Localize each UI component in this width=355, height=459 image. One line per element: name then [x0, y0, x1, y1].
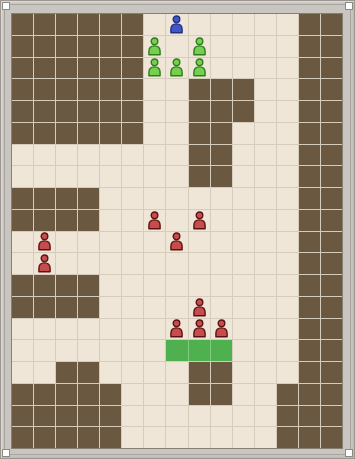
wall-cell: [122, 36, 143, 57]
floor-cell[interactable]: [56, 319, 77, 340]
floor-cell[interactable]: [189, 58, 210, 79]
floor-cell[interactable]: [166, 145, 187, 166]
floor-cell[interactable]: [255, 406, 276, 427]
wall-cell: [12, 210, 33, 231]
floor-cell[interactable]: [34, 253, 55, 274]
wall-cell: [299, 79, 320, 100]
floor-cell[interactable]: [122, 384, 143, 405]
floor-cell[interactable]: [34, 362, 55, 383]
floor-cell[interactable]: [211, 253, 232, 274]
game-board: [12, 14, 342, 448]
person-icon: [168, 15, 185, 34]
floor-cell[interactable]: [12, 340, 33, 361]
floor-cell[interactable]: [277, 253, 298, 274]
floor-cell[interactable]: [255, 319, 276, 340]
floor-cell[interactable]: [211, 14, 232, 35]
floor-cell[interactable]: [277, 166, 298, 187]
floor-cell[interactable]: [255, 188, 276, 209]
floor-cell[interactable]: [277, 14, 298, 35]
floor-cell[interactable]: [78, 166, 99, 187]
floor-cell[interactable]: [233, 253, 254, 274]
wall-cell: [78, 188, 99, 209]
red-enemy-piece[interactable]: [189, 319, 210, 340]
wall-cell: [12, 36, 33, 57]
floor-cell[interactable]: [211, 188, 232, 209]
floor-cell[interactable]: [189, 297, 210, 318]
wall-cell: [56, 14, 77, 35]
floor-cell[interactable]: [277, 145, 298, 166]
floor-cell[interactable]: [233, 166, 254, 187]
wall-cell: [299, 58, 320, 79]
wall-cell: [189, 123, 210, 144]
floor-cell[interactable]: [100, 319, 121, 340]
wall-cell: [78, 36, 99, 57]
floor-cell[interactable]: [211, 232, 232, 253]
wall-cell: [321, 14, 342, 35]
wall-cell: [100, 101, 121, 122]
wall-cell: [78, 297, 99, 318]
wall-cell: [233, 101, 254, 122]
floor-cell[interactable]: [233, 406, 254, 427]
floor-cell[interactable]: [189, 210, 210, 231]
floor-cell[interactable]: [100, 253, 121, 274]
floor-cell[interactable]: [100, 297, 121, 318]
floor-cell[interactable]: [166, 253, 187, 274]
wall-cell: [321, 123, 342, 144]
floor-cell[interactable]: [211, 36, 232, 57]
wall-cell: [211, 101, 232, 122]
wall-cell: [78, 101, 99, 122]
floor-cell[interactable]: [144, 79, 165, 100]
floor-cell[interactable]: [233, 340, 254, 361]
floor-cell[interactable]: [166, 362, 187, 383]
wall-cell: [299, 210, 320, 231]
floor-cell[interactable]: [144, 427, 165, 448]
person-icon: [36, 254, 53, 273]
floor-cell[interactable]: [12, 253, 33, 274]
red-enemy-piece[interactable]: [34, 253, 55, 274]
floor-cell[interactable]: [166, 123, 187, 144]
wall-cell: [34, 101, 55, 122]
wall-cell: [277, 406, 298, 427]
floor-cell[interactable]: [233, 123, 254, 144]
wall-cell: [299, 297, 320, 318]
floor-cell[interactable]: [122, 253, 143, 274]
wall-cell: [321, 362, 342, 383]
floor-cell[interactable]: [189, 253, 210, 274]
floor-cell[interactable]: [144, 406, 165, 427]
wall-cell: [299, 188, 320, 209]
floor-cell[interactable]: [255, 384, 276, 405]
wall-cell: [299, 232, 320, 253]
floor-cell[interactable]: [144, 14, 165, 35]
floor-cell[interactable]: [100, 362, 121, 383]
floor-cell[interactable]: [277, 58, 298, 79]
green-ally-piece[interactable]: [189, 36, 210, 57]
floor-cell[interactable]: [122, 275, 143, 296]
floor-cell[interactable]: [255, 427, 276, 448]
wall-cell: [78, 79, 99, 100]
floor-cell[interactable]: [189, 427, 210, 448]
wall-cell: [122, 58, 143, 79]
floor-cell[interactable]: [277, 101, 298, 122]
floor-cell[interactable]: [255, 275, 276, 296]
person-icon: [146, 58, 163, 77]
floor-cell[interactable]: [34, 340, 55, 361]
goal-tile-cell[interactable]: [211, 340, 232, 361]
floor-cell[interactable]: [122, 166, 143, 187]
floor-cell[interactable]: [211, 58, 232, 79]
goal-tile-cell[interactable]: [166, 340, 187, 361]
floor-cell[interactable]: [233, 362, 254, 383]
floor-cell[interactable]: [12, 232, 33, 253]
floor-cell[interactable]: [122, 427, 143, 448]
floor-cell[interactable]: [144, 58, 165, 79]
floor-cell[interactable]: [277, 275, 298, 296]
wall-cell: [189, 166, 210, 187]
wall-cell: [299, 319, 320, 340]
wall-cell: [321, 166, 342, 187]
game-window: [0, 0, 355, 459]
red-enemy-piece[interactable]: [144, 210, 165, 231]
wall-cell: [100, 427, 121, 448]
wall-cell: [56, 79, 77, 100]
wall-cell: [122, 123, 143, 144]
floor-cell[interactable]: [255, 101, 276, 122]
floor-cell[interactable]: [12, 319, 33, 340]
green-ally-piece[interactable]: [189, 58, 210, 79]
floor-cell[interactable]: [166, 297, 187, 318]
wall-cell: [189, 362, 210, 383]
floor-cell[interactable]: [144, 123, 165, 144]
floor-cell[interactable]: [189, 406, 210, 427]
resize-handle-top-left[interactable]: [2, 2, 10, 10]
floor-cell[interactable]: [277, 79, 298, 100]
floor-cell[interactable]: [100, 188, 121, 209]
wall-cell: [100, 123, 121, 144]
floor-cell[interactable]: [122, 340, 143, 361]
floor-cell[interactable]: [277, 123, 298, 144]
floor-cell[interactable]: [166, 275, 187, 296]
floor-cell[interactable]: [211, 297, 232, 318]
wall-cell: [321, 427, 342, 448]
wall-cell: [100, 36, 121, 57]
floor-cell[interactable]: [255, 166, 276, 187]
floor-cell[interactable]: [166, 319, 187, 340]
floor-cell[interactable]: [255, 210, 276, 231]
floor-cell[interactable]: [255, 297, 276, 318]
floor-cell[interactable]: [100, 145, 121, 166]
floor-cell[interactable]: [122, 406, 143, 427]
floor-cell[interactable]: [144, 384, 165, 405]
wall-cell: [299, 36, 320, 57]
floor-cell[interactable]: [277, 188, 298, 209]
floor-cell[interactable]: [211, 406, 232, 427]
wall-cell: [321, 210, 342, 231]
floor-cell[interactable]: [144, 210, 165, 231]
red-enemy-piece[interactable]: [189, 297, 210, 318]
wall-cell: [34, 58, 55, 79]
floor-cell[interactable]: [34, 145, 55, 166]
floor-cell[interactable]: [78, 253, 99, 274]
floor-cell[interactable]: [100, 166, 121, 187]
wall-cell: [211, 362, 232, 383]
floor-cell[interactable]: [233, 210, 254, 231]
goal-tile-cell[interactable]: [189, 340, 210, 361]
floor-cell[interactable]: [255, 362, 276, 383]
person-icon: [36, 232, 53, 251]
floor-cell[interactable]: [255, 58, 276, 79]
wall-cell: [34, 275, 55, 296]
wall-cell: [189, 145, 210, 166]
red-enemy-piece[interactable]: [34, 232, 55, 253]
wall-cell: [189, 101, 210, 122]
blue-leader-piece[interactable]: [166, 14, 187, 35]
floor-cell[interactable]: [122, 232, 143, 253]
wall-cell: [56, 58, 77, 79]
wall-cell: [122, 101, 143, 122]
floor-cell[interactable]: [211, 427, 232, 448]
floor-cell[interactable]: [277, 297, 298, 318]
floor-cell[interactable]: [233, 232, 254, 253]
person-icon: [191, 211, 208, 230]
floor-cell[interactable]: [144, 253, 165, 274]
green-ally-piece[interactable]: [166, 58, 187, 79]
floor-cell[interactable]: [122, 188, 143, 209]
floor-cell[interactable]: [56, 145, 77, 166]
wall-cell: [78, 275, 99, 296]
floor-cell[interactable]: [34, 232, 55, 253]
floor-cell[interactable]: [277, 362, 298, 383]
floor-cell[interactable]: [233, 58, 254, 79]
floor-cell[interactable]: [255, 232, 276, 253]
wall-cell: [299, 427, 320, 448]
floor-cell[interactable]: [189, 14, 210, 35]
wall-cell: [78, 210, 99, 231]
wall-cell: [321, 58, 342, 79]
floor-cell[interactable]: [122, 297, 143, 318]
wall-cell: [12, 79, 33, 100]
wall-cell: [299, 275, 320, 296]
floor-cell[interactable]: [144, 362, 165, 383]
person-icon: [191, 298, 208, 317]
floor-cell[interactable]: [166, 232, 187, 253]
person-icon: [168, 319, 185, 338]
wall-cell: [34, 123, 55, 144]
floor-cell[interactable]: [144, 275, 165, 296]
wall-cell: [56, 123, 77, 144]
red-enemy-piece[interactable]: [166, 232, 187, 253]
floor-cell[interactable]: [56, 166, 77, 187]
red-enemy-piece[interactable]: [166, 319, 187, 340]
floor-cell[interactable]: [211, 275, 232, 296]
wall-cell: [56, 210, 77, 231]
floor-cell[interactable]: [166, 188, 187, 209]
person-icon: [213, 319, 230, 338]
floor-cell[interactable]: [233, 319, 254, 340]
floor-cell[interactable]: [166, 101, 187, 122]
floor-cell[interactable]: [166, 166, 187, 187]
floor-cell[interactable]: [166, 427, 187, 448]
floor-cell[interactable]: [12, 145, 33, 166]
wall-cell: [12, 384, 33, 405]
wall-cell: [211, 145, 232, 166]
wall-cell: [34, 79, 55, 100]
wall-cell: [299, 340, 320, 361]
wall-cell: [321, 319, 342, 340]
wall-cell: [321, 297, 342, 318]
wall-cell: [321, 384, 342, 405]
floor-cell[interactable]: [34, 166, 55, 187]
wall-cell: [321, 145, 342, 166]
wall-cell: [233, 79, 254, 100]
wall-cell: [321, 101, 342, 122]
person-icon: [168, 232, 185, 251]
floor-cell[interactable]: [166, 406, 187, 427]
floor-cell[interactable]: [166, 384, 187, 405]
floor-cell[interactable]: [122, 319, 143, 340]
wall-cell: [78, 384, 99, 405]
floor-cell[interactable]: [233, 297, 254, 318]
floor-cell[interactable]: [255, 36, 276, 57]
floor-cell[interactable]: [255, 253, 276, 274]
person-icon: [191, 58, 208, 77]
floor-cell[interactable]: [277, 210, 298, 231]
floor-cell[interactable]: [78, 340, 99, 361]
floor-cell[interactable]: [255, 123, 276, 144]
floor-cell[interactable]: [144, 340, 165, 361]
floor-cell[interactable]: [100, 275, 121, 296]
wall-cell: [321, 188, 342, 209]
floor-cell[interactable]: [100, 210, 121, 231]
resize-handle-top-right[interactable]: [345, 2, 353, 10]
floor-cell[interactable]: [189, 275, 210, 296]
floor-cell[interactable]: [144, 232, 165, 253]
resize-handle-bottom-right[interactable]: [345, 449, 353, 457]
floor-cell[interactable]: [122, 145, 143, 166]
floor-cell[interactable]: [78, 319, 99, 340]
floor-cell[interactable]: [144, 101, 165, 122]
floor-cell[interactable]: [56, 253, 77, 274]
green-ally-piece[interactable]: [144, 36, 165, 57]
wall-cell: [34, 406, 55, 427]
resize-handle-bottom-left[interactable]: [2, 449, 10, 457]
wall-cell: [321, 253, 342, 274]
wall-cell: [12, 123, 33, 144]
floor-cell[interactable]: [100, 340, 121, 361]
floor-cell[interactable]: [211, 319, 232, 340]
floor-cell[interactable]: [233, 275, 254, 296]
floor-cell[interactable]: [189, 36, 210, 57]
wall-cell: [211, 123, 232, 144]
wall-cell: [78, 427, 99, 448]
red-enemy-piece[interactable]: [189, 210, 210, 231]
wall-cell: [321, 232, 342, 253]
floor-cell[interactable]: [144, 145, 165, 166]
floor-cell[interactable]: [166, 14, 187, 35]
wall-cell: [122, 14, 143, 35]
wall-cell: [321, 340, 342, 361]
floor-cell[interactable]: [233, 427, 254, 448]
person-icon: [191, 319, 208, 338]
floor-cell[interactable]: [233, 384, 254, 405]
floor-cell[interactable]: [233, 188, 254, 209]
floor-cell[interactable]: [12, 362, 33, 383]
floor-cell[interactable]: [277, 36, 298, 57]
wall-cell: [211, 384, 232, 405]
wall-cell: [321, 275, 342, 296]
floor-cell[interactable]: [144, 166, 165, 187]
floor-cell[interactable]: [12, 166, 33, 187]
floor-cell[interactable]: [189, 188, 210, 209]
wall-cell: [299, 145, 320, 166]
wall-cell: [277, 427, 298, 448]
person-icon: [146, 37, 163, 56]
wall-cell: [321, 36, 342, 57]
floor-cell[interactable]: [189, 232, 210, 253]
floor-cell[interactable]: [166, 79, 187, 100]
wall-cell: [56, 384, 77, 405]
floor-cell[interactable]: [166, 58, 187, 79]
person-icon: [146, 211, 163, 230]
floor-cell[interactable]: [255, 340, 276, 361]
wall-cell: [56, 275, 77, 296]
floor-cell[interactable]: [255, 14, 276, 35]
wall-cell: [100, 14, 121, 35]
wall-cell: [100, 384, 121, 405]
red-enemy-piece[interactable]: [211, 319, 232, 340]
floor-cell[interactable]: [277, 232, 298, 253]
floor-cell[interactable]: [56, 232, 77, 253]
floor-cell[interactable]: [211, 210, 232, 231]
floor-cell[interactable]: [78, 232, 99, 253]
floor-cell[interactable]: [144, 297, 165, 318]
floor-cell[interactable]: [56, 340, 77, 361]
floor-cell[interactable]: [233, 14, 254, 35]
wall-cell: [34, 14, 55, 35]
floor-cell[interactable]: [166, 36, 187, 57]
floor-cell[interactable]: [277, 340, 298, 361]
floor-cell[interactable]: [100, 232, 121, 253]
wall-cell: [56, 188, 77, 209]
floor-cell[interactable]: [255, 79, 276, 100]
floor-cell[interactable]: [233, 145, 254, 166]
wall-cell: [277, 384, 298, 405]
floor-cell[interactable]: [277, 319, 298, 340]
floor-cell[interactable]: [189, 319, 210, 340]
floor-cell[interactable]: [233, 36, 254, 57]
floor-cell[interactable]: [144, 319, 165, 340]
floor-cell[interactable]: [34, 319, 55, 340]
floor-cell[interactable]: [122, 362, 143, 383]
wall-cell: [56, 36, 77, 57]
wall-cell: [78, 123, 99, 144]
green-ally-piece[interactable]: [144, 58, 165, 79]
wall-cell: [12, 427, 33, 448]
floor-cell[interactable]: [78, 145, 99, 166]
wall-cell: [56, 101, 77, 122]
wall-cell: [299, 14, 320, 35]
floor-cell[interactable]: [166, 210, 187, 231]
floor-cell[interactable]: [255, 145, 276, 166]
floor-cell[interactable]: [122, 210, 143, 231]
floor-cell[interactable]: [144, 36, 165, 57]
wall-cell: [56, 297, 77, 318]
wall-cell: [299, 362, 320, 383]
person-icon: [168, 58, 185, 77]
floor-cell[interactable]: [144, 188, 165, 209]
wall-cell: [34, 384, 55, 405]
